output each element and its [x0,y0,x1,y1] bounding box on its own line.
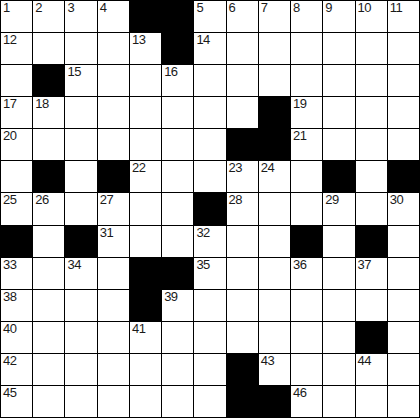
clue-number: 17 [3,97,16,111]
clue-number: 22 [132,161,145,175]
cell-r4c3[interactable] [98,129,129,160]
cell-r3c11[interactable] [356,97,387,128]
cell-r6c2[interactable] [65,193,96,224]
black-square-r5c1 [33,161,64,192]
cell-r6c8[interactable] [259,193,290,224]
cell-r10c3[interactable] [98,322,129,353]
clue-number: 13 [132,33,145,47]
cell-r8c6[interactable]: 35 [194,258,225,289]
cell-r5c7[interactable]: 23 [227,161,258,192]
cell-r10c4[interactable]: 41 [130,322,161,353]
cell-r9c12[interactable] [388,290,419,321]
cell-r12c11[interactable] [356,386,387,417]
cell-r1c0[interactable]: 12 [1,33,32,64]
cell-r6c3[interactable]: 27 [98,193,129,224]
black-square-r4c8 [259,129,290,160]
cell-r1c10[interactable] [323,33,354,64]
cell-r3c0[interactable]: 17 [1,97,32,128]
clue-number: 32 [196,226,209,240]
cell-r0c12[interactable]: 11 [388,1,419,32]
cell-r0c1[interactable]: 2 [33,1,64,32]
cell-r7c7[interactable] [227,226,258,257]
cell-r7c8[interactable] [259,226,290,257]
cell-r5c8[interactable]: 24 [259,161,290,192]
cell-r10c10[interactable] [323,322,354,353]
clue-number: 39 [164,290,177,304]
cell-r10c7[interactable] [227,322,258,353]
cell-r10c8[interactable] [259,322,290,353]
cell-r5c2[interactable] [65,161,96,192]
black-square-r7c9 [291,226,322,257]
clue-number: 23 [229,161,242,175]
cell-r3c9[interactable]: 19 [291,97,322,128]
cell-r4c10[interactable] [323,129,354,160]
cell-r1c6[interactable]: 14 [194,33,225,64]
cell-r4c0[interactable]: 20 [1,129,32,160]
cell-r5c0[interactable] [1,161,32,192]
cell-r8c3[interactable] [98,258,129,289]
cell-r2c4[interactable] [130,65,161,96]
cell-r8c11[interactable]: 37 [356,258,387,289]
clue-number: 38 [3,290,16,304]
cell-r0c10[interactable]: 9 [323,1,354,32]
cell-r6c7[interactable]: 28 [227,193,258,224]
cell-r9c0[interactable]: 38 [1,290,32,321]
cell-r1c3[interactable] [98,33,129,64]
cell-r0c8[interactable]: 7 [259,1,290,32]
clue-number: 16 [164,65,177,79]
black-square-r12c7 [227,386,258,417]
black-square-r4c7 [227,129,258,160]
clue-number: 9 [325,1,332,15]
cell-r6c10[interactable]: 29 [323,193,354,224]
cell-r1c9[interactable] [291,33,322,64]
cell-r11c3[interactable] [98,354,129,385]
cell-r11c1[interactable] [33,354,64,385]
clue-number: 5 [196,1,203,15]
cell-r4c1[interactable] [33,129,64,160]
clue-number: 29 [325,193,338,207]
clue-number: 42 [3,354,16,368]
cell-r4c11[interactable] [356,129,387,160]
crossword-grid: 1234567891011121314151617181920212223242… [0,0,420,418]
cell-r7c3[interactable]: 31 [98,226,129,257]
clue-number: 6 [229,1,236,15]
cell-r2c5[interactable]: 16 [162,65,193,96]
black-square-r12c8 [259,386,290,417]
black-square-r9c4 [130,290,161,321]
black-square-r0c5 [162,1,193,32]
cell-r6c4[interactable] [130,193,161,224]
cell-r3c1[interactable]: 18 [33,97,64,128]
black-square-r6c6 [194,193,225,224]
cell-r3c12[interactable] [388,97,419,128]
clue-number: 8 [293,1,300,15]
cell-r11c8[interactable]: 43 [259,354,290,385]
cell-r4c9[interactable]: 21 [291,129,322,160]
black-square-r10c11 [356,322,387,353]
cell-r12c2[interactable] [65,386,96,417]
cell-r2c6[interactable] [194,65,225,96]
cell-r10c0[interactable]: 40 [1,322,32,353]
black-square-r0c4 [130,1,161,32]
clue-number: 12 [3,33,16,47]
cell-r7c12[interactable] [388,226,419,257]
cell-r9c2[interactable] [65,290,96,321]
clue-number: 20 [3,129,16,143]
clue-number: 15 [67,65,80,79]
cell-r11c10[interactable] [323,354,354,385]
cell-r1c11[interactable] [356,33,387,64]
clue-number: 4 [100,1,107,15]
black-square-r7c0 [1,226,32,257]
clue-number: 30 [390,193,403,207]
clue-number: 33 [3,258,16,272]
cell-r10c1[interactable] [33,322,64,353]
cell-r8c1[interactable] [33,258,64,289]
black-square-r2c1 [33,65,64,96]
clue-number: 14 [196,33,209,47]
cell-r6c11[interactable] [356,193,387,224]
cell-r6c12[interactable]: 30 [388,193,419,224]
black-square-r7c2 [65,226,96,257]
cell-r1c4[interactable]: 13 [130,33,161,64]
cell-r5c5[interactable] [162,161,193,192]
cell-r6c9[interactable] [291,193,322,224]
cell-r0c11[interactable]: 10 [356,1,387,32]
cell-r2c9[interactable] [291,65,322,96]
cell-r11c0[interactable]: 42 [1,354,32,385]
cell-r11c9[interactable] [291,354,322,385]
cell-r2c3[interactable] [98,65,129,96]
cell-r10c9[interactable] [291,322,322,353]
clue-number: 34 [67,258,80,272]
cell-r3c4[interactable] [130,97,161,128]
cell-r4c5[interactable] [162,129,193,160]
cell-r3c6[interactable] [194,97,225,128]
cell-r0c7[interactable]: 6 [227,1,258,32]
cell-r11c12[interactable] [388,354,419,385]
cell-r1c12[interactable] [388,33,419,64]
cell-r12c4[interactable] [130,386,161,417]
cell-r5c6[interactable] [194,161,225,192]
cell-r4c6[interactable] [194,129,225,160]
cell-r8c0[interactable]: 33 [1,258,32,289]
cell-r11c5[interactable] [162,354,193,385]
clue-number: 45 [3,386,16,400]
cell-r12c5[interactable] [162,386,193,417]
clue-number: 35 [196,258,209,272]
cell-r9c1[interactable] [33,290,64,321]
clue-number: 21 [293,129,306,143]
clue-number: 44 [358,354,371,368]
cell-r0c6[interactable]: 5 [194,1,225,32]
cell-r8c8[interactable] [259,258,290,289]
black-square-r3c8 [259,97,290,128]
clue-number: 37 [358,258,371,272]
clue-number: 40 [3,322,16,336]
clue-number: 19 [293,97,306,111]
cell-r7c5[interactable] [162,226,193,257]
cell-r10c5[interactable] [162,322,193,353]
clue-number: 1 [3,1,10,15]
cell-r12c0[interactable]: 45 [1,386,32,417]
cell-r2c11[interactable] [356,65,387,96]
cell-r12c3[interactable] [98,386,129,417]
cell-r3c5[interactable] [162,97,193,128]
cell-r11c11[interactable]: 44 [356,354,387,385]
cell-r9c7[interactable] [227,290,258,321]
cell-r10c2[interactable] [65,322,96,353]
cell-r3c2[interactable] [65,97,96,128]
black-square-r5c10 [323,161,354,192]
cell-r2c12[interactable] [388,65,419,96]
cell-r1c1[interactable] [33,33,64,64]
cell-r3c7[interactable] [227,97,258,128]
cell-r8c7[interactable] [227,258,258,289]
cell-r9c3[interactable] [98,290,129,321]
cell-r9c5[interactable]: 39 [162,290,193,321]
cell-r5c11[interactable] [356,161,387,192]
cell-r0c9[interactable]: 8 [291,1,322,32]
cell-r4c12[interactable] [388,129,419,160]
cell-r2c8[interactable] [259,65,290,96]
cell-r2c0[interactable] [1,65,32,96]
cell-r10c6[interactable] [194,322,225,353]
clue-number: 46 [293,386,306,400]
black-square-r5c12 [388,161,419,192]
clue-number: 31 [100,226,113,240]
cell-r6c0[interactable]: 25 [1,193,32,224]
cell-r0c2[interactable]: 3 [65,1,96,32]
cell-r8c12[interactable] [388,258,419,289]
clue-number: 41 [132,322,145,336]
cell-r9c9[interactable] [291,290,322,321]
cell-r8c9[interactable]: 36 [291,258,322,289]
cell-r5c9[interactable] [291,161,322,192]
black-square-r8c4 [130,258,161,289]
clue-number: 25 [3,193,16,207]
cell-r9c10[interactable] [323,290,354,321]
cell-r0c3[interactable]: 4 [98,1,129,32]
cell-r1c7[interactable] [227,33,258,64]
cell-r6c5[interactable] [162,193,193,224]
clue-number: 10 [358,1,371,15]
cell-r2c7[interactable] [227,65,258,96]
black-square-r11c7 [227,354,258,385]
cell-r8c10[interactable] [323,258,354,289]
cell-r2c10[interactable] [323,65,354,96]
cell-r11c2[interactable] [65,354,96,385]
cell-r7c6[interactable]: 32 [194,226,225,257]
cell-r7c1[interactable] [33,226,64,257]
cell-r12c12[interactable] [388,386,419,417]
cell-r7c4[interactable] [130,226,161,257]
clue-number: 24 [261,161,274,175]
clue-number: 28 [229,193,242,207]
cell-r3c3[interactable] [98,97,129,128]
cell-r11c4[interactable] [130,354,161,385]
cell-r8c2[interactable]: 34 [65,258,96,289]
cell-r12c6[interactable] [194,386,225,417]
clue-number: 2 [35,1,42,15]
cell-r12c9[interactable]: 46 [291,386,322,417]
clue-number: 43 [261,354,274,368]
cell-r4c2[interactable] [65,129,96,160]
cell-r9c11[interactable] [356,290,387,321]
black-square-r5c3 [98,161,129,192]
clue-number: 36 [293,258,306,272]
clue-number: 27 [100,193,113,207]
cell-r7c10[interactable] [323,226,354,257]
clue-number: 18 [35,97,48,111]
cell-r1c2[interactable] [65,33,96,64]
cell-r0c0[interactable]: 1 [1,1,32,32]
clue-number: 11 [390,1,403,15]
black-square-r8c5 [162,258,193,289]
cell-r1c8[interactable] [259,33,290,64]
cell-r4c4[interactable] [130,129,161,160]
cell-r9c8[interactable] [259,290,290,321]
cell-r11c6[interactable] [194,354,225,385]
clue-number: 26 [35,193,48,207]
cell-r10c12[interactable] [388,322,419,353]
black-square-r7c11 [356,226,387,257]
cell-r12c10[interactable] [323,386,354,417]
cell-r12c1[interactable] [33,386,64,417]
cell-r2c2[interactable]: 15 [65,65,96,96]
black-square-r1c5 [162,33,193,64]
clue-number: 3 [67,1,74,15]
cell-r9c6[interactable] [194,290,225,321]
cell-r5c4[interactable]: 22 [130,161,161,192]
cell-r3c10[interactable] [323,97,354,128]
cell-r6c1[interactable]: 26 [33,193,64,224]
clue-number: 7 [261,1,268,15]
